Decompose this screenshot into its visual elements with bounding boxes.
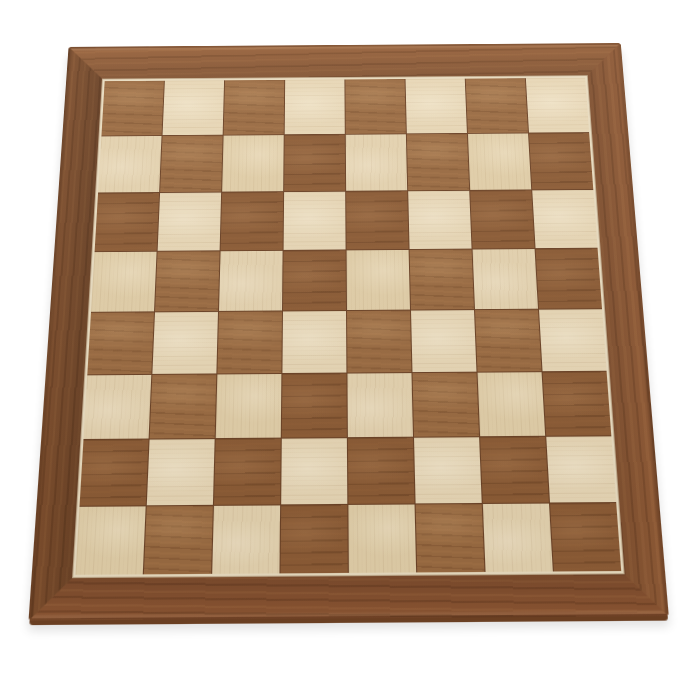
square-c2[interactable]: [214, 439, 281, 505]
square-c4[interactable]: [217, 311, 282, 373]
square-d4[interactable]: [282, 311, 346, 373]
square-h2[interactable]: [546, 436, 616, 502]
square-a1[interactable]: [75, 506, 145, 574]
board-frame-bottom: [29, 574, 669, 621]
square-d5[interactable]: [283, 250, 346, 310]
square-b1[interactable]: [144, 506, 213, 574]
square-d1[interactable]: [281, 505, 348, 573]
square-g7[interactable]: [468, 133, 531, 189]
chess-board: [29, 43, 669, 621]
square-a5[interactable]: [91, 252, 157, 312]
square-b6[interactable]: [158, 193, 222, 251]
square-a3[interactable]: [84, 375, 152, 439]
square-h3[interactable]: [543, 372, 612, 436]
square-e8[interactable]: [345, 79, 406, 134]
chess-board-grid: [75, 78, 621, 575]
square-e2[interactable]: [348, 438, 415, 504]
square-h6[interactable]: [532, 190, 597, 248]
square-d7[interactable]: [284, 135, 345, 191]
square-h8[interactable]: [526, 78, 589, 133]
square-b8[interactable]: [163, 80, 225, 135]
square-f6[interactable]: [408, 191, 471, 249]
square-c6[interactable]: [221, 192, 284, 250]
square-e5[interactable]: [347, 250, 410, 310]
square-g8[interactable]: [466, 78, 528, 133]
square-g6[interactable]: [470, 190, 534, 248]
square-f3[interactable]: [412, 373, 479, 437]
square-e4[interactable]: [347, 311, 411, 373]
square-f1[interactable]: [416, 504, 485, 572]
square-d2[interactable]: [281, 438, 347, 504]
square-a2[interactable]: [80, 440, 149, 506]
square-a6[interactable]: [95, 193, 159, 251]
square-f5[interactable]: [410, 250, 474, 310]
square-e3[interactable]: [347, 373, 413, 437]
square-f7[interactable]: [407, 134, 469, 190]
square-b4[interactable]: [152, 312, 218, 374]
square-f8[interactable]: [406, 79, 467, 134]
square-e6[interactable]: [346, 191, 408, 249]
square-a7[interactable]: [98, 136, 161, 192]
square-f2[interactable]: [414, 437, 482, 503]
square-b5[interactable]: [155, 251, 220, 311]
square-c8[interactable]: [224, 80, 285, 135]
square-d8[interactable]: [285, 79, 345, 134]
square-b3[interactable]: [150, 374, 217, 438]
square-g2[interactable]: [480, 437, 549, 503]
square-h5[interactable]: [536, 249, 602, 309]
square-h1[interactable]: [550, 503, 621, 571]
square-b7[interactable]: [160, 136, 223, 192]
square-g5[interactable]: [473, 249, 538, 309]
square-h4[interactable]: [539, 309, 607, 371]
square-e7[interactable]: [346, 134, 407, 190]
square-f4[interactable]: [411, 310, 476, 372]
square-g1[interactable]: [483, 504, 553, 572]
chessboard-photo: [48, 12, 645, 609]
square-c1[interactable]: [212, 505, 280, 573]
square-d3[interactable]: [282, 374, 347, 438]
square-a8[interactable]: [101, 81, 163, 136]
board-frame-top: [66, 43, 623, 79]
square-c3[interactable]: [216, 374, 282, 438]
square-e1[interactable]: [348, 504, 416, 572]
square-b2[interactable]: [147, 439, 215, 505]
square-a4[interactable]: [87, 312, 154, 374]
square-g4[interactable]: [475, 310, 541, 372]
square-c7[interactable]: [222, 135, 284, 191]
square-h7[interactable]: [529, 133, 593, 189]
square-d6[interactable]: [284, 192, 346, 250]
square-c5[interactable]: [219, 251, 283, 311]
square-g3[interactable]: [478, 372, 546, 436]
